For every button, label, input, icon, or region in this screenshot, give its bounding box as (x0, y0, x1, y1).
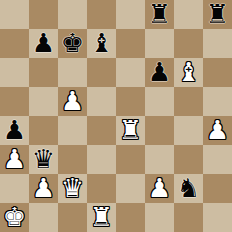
square-f2[interactable]: ♟ (145, 174, 174, 203)
square-c8[interactable] (58, 0, 87, 29)
white-pawn-icon[interactable]: ♟ (148, 174, 171, 203)
square-f3[interactable] (145, 145, 174, 174)
black-pawn-icon[interactable]: ♟ (3, 116, 26, 145)
chess-board: ♜♜♟♚♝♟♝♟♟♜♟♟♛♟♛♟♞♚♜ (0, 0, 232, 232)
white-bishop-icon[interactable]: ♝ (177, 58, 200, 87)
square-g6[interactable]: ♝ (174, 58, 203, 87)
black-pawn-icon[interactable]: ♟ (148, 58, 171, 87)
square-c2[interactable]: ♛ (58, 174, 87, 203)
square-g3[interactable] (174, 145, 203, 174)
white-rook-icon[interactable]: ♜ (90, 203, 113, 232)
square-g7[interactable] (174, 29, 203, 58)
square-d1[interactable]: ♜ (87, 203, 116, 232)
square-a6[interactable] (0, 58, 29, 87)
white-pawn-icon[interactable]: ♟ (32, 174, 55, 203)
square-a3[interactable]: ♟ (0, 145, 29, 174)
square-a7[interactable] (0, 29, 29, 58)
square-d6[interactable] (87, 58, 116, 87)
square-b7[interactable]: ♟ (29, 29, 58, 58)
square-b1[interactable] (29, 203, 58, 232)
square-f4[interactable] (145, 116, 174, 145)
square-a8[interactable] (0, 0, 29, 29)
square-d7[interactable]: ♝ (87, 29, 116, 58)
square-c5[interactable]: ♟ (58, 87, 87, 116)
black-pawn-icon[interactable]: ♟ (32, 29, 55, 58)
square-h4[interactable]: ♟ (203, 116, 232, 145)
square-f7[interactable] (145, 29, 174, 58)
square-e2[interactable] (116, 174, 145, 203)
square-h5[interactable] (203, 87, 232, 116)
square-g8[interactable] (174, 0, 203, 29)
square-h2[interactable] (203, 174, 232, 203)
square-b3[interactable]: ♛ (29, 145, 58, 174)
square-a4[interactable]: ♟ (0, 116, 29, 145)
square-e4[interactable]: ♜ (116, 116, 145, 145)
white-pawn-icon[interactable]: ♟ (61, 87, 84, 116)
square-a5[interactable] (0, 87, 29, 116)
square-b4[interactable] (29, 116, 58, 145)
square-c7[interactable]: ♚ (58, 29, 87, 58)
square-b8[interactable] (29, 0, 58, 29)
white-king-icon[interactable]: ♚ (3, 203, 26, 232)
square-f5[interactable] (145, 87, 174, 116)
black-knight-icon[interactable]: ♞ (177, 174, 200, 203)
square-c6[interactable] (58, 58, 87, 87)
square-h1[interactable] (203, 203, 232, 232)
square-f8[interactable]: ♜ (145, 0, 174, 29)
square-e6[interactable] (116, 58, 145, 87)
square-d8[interactable] (87, 0, 116, 29)
square-e5[interactable] (116, 87, 145, 116)
square-e8[interactable] (116, 0, 145, 29)
square-c3[interactable] (58, 145, 87, 174)
square-b6[interactable] (29, 58, 58, 87)
black-queen-icon[interactable]: ♛ (32, 145, 55, 174)
square-a1[interactable]: ♚ (0, 203, 29, 232)
black-king-icon[interactable]: ♚ (61, 29, 84, 58)
square-d3[interactable] (87, 145, 116, 174)
square-e3[interactable] (116, 145, 145, 174)
square-d4[interactable] (87, 116, 116, 145)
square-h7[interactable] (203, 29, 232, 58)
square-e7[interactable] (116, 29, 145, 58)
white-pawn-icon[interactable]: ♟ (3, 145, 26, 174)
square-d5[interactable] (87, 87, 116, 116)
white-rook-icon[interactable]: ♜ (119, 116, 142, 145)
square-f6[interactable]: ♟ (145, 58, 174, 87)
white-queen-icon[interactable]: ♛ (61, 174, 84, 203)
black-bishop-icon[interactable]: ♝ (90, 29, 113, 58)
white-pawn-icon[interactable]: ♟ (206, 116, 229, 145)
square-d2[interactable] (87, 174, 116, 203)
square-b2[interactable]: ♟ (29, 174, 58, 203)
square-g5[interactable] (174, 87, 203, 116)
square-c4[interactable] (58, 116, 87, 145)
square-h3[interactable] (203, 145, 232, 174)
square-a2[interactable] (0, 174, 29, 203)
square-h8[interactable]: ♜ (203, 0, 232, 29)
black-rook-icon[interactable]: ♜ (206, 0, 229, 29)
square-c1[interactable] (58, 203, 87, 232)
square-e1[interactable] (116, 203, 145, 232)
square-f1[interactable] (145, 203, 174, 232)
square-g1[interactable] (174, 203, 203, 232)
square-h6[interactable] (203, 58, 232, 87)
black-rook-icon[interactable]: ♜ (148, 0, 171, 29)
square-b5[interactable] (29, 87, 58, 116)
square-g4[interactable] (174, 116, 203, 145)
square-g2[interactable]: ♞ (174, 174, 203, 203)
